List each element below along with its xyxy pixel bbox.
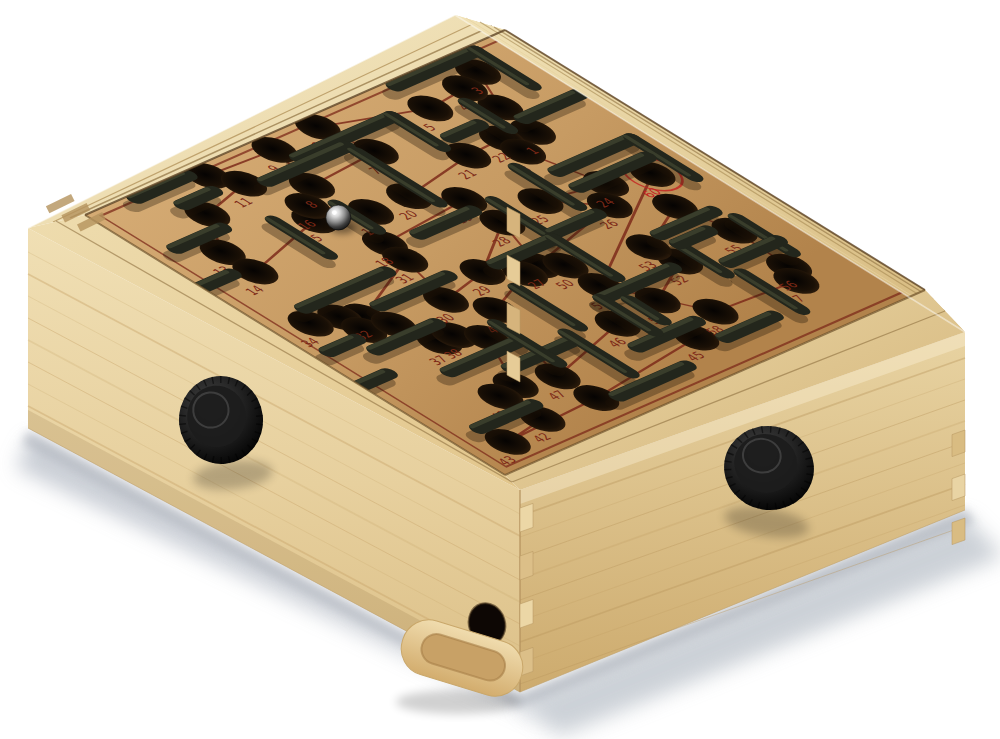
- product-photo-labyrinth-game: 1234567891011121314151617181920212223242…: [0, 0, 1000, 739]
- scene: 1234567891011121314151617181920212223242…: [0, 0, 1000, 739]
- knob-knurl: [220, 376, 221, 383]
- knob-knurl: [179, 424, 186, 425]
- knob-knurl: [256, 416, 263, 417]
- finger-joints-right-corner: [952, 430, 965, 545]
- steel-ball: [326, 205, 351, 230]
- knob-knurl: [220, 457, 221, 464]
- ball-specular: [332, 210, 337, 215]
